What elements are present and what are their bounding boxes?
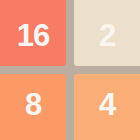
tile-2: 2 [74, 0, 140, 66]
tile-4: 4 [74, 74, 140, 140]
tile-16: 16 [0, 0, 66, 66]
board-2048: 16 2 8 4 [0, 0, 140, 140]
tile-8: 8 [0, 74, 66, 140]
